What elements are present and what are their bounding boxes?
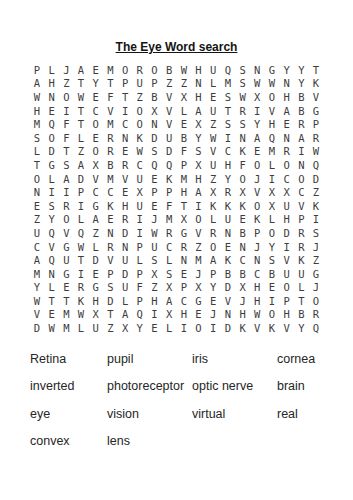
- grid-cell-r2c15: S: [235, 77, 250, 91]
- grid-cell-r9c10: K: [162, 172, 177, 186]
- grid-cell-r5c9: N: [147, 117, 162, 131]
- grid-cell-r18c17: I: [265, 294, 280, 308]
- grid-cell-r8c14: H: [221, 158, 236, 172]
- grid-cell-r14c15: N: [235, 240, 250, 254]
- grid-cell-r12c12: O: [191, 213, 206, 227]
- grid-cell-r11c17: X: [265, 199, 280, 213]
- grid-cell-r6c9: D: [147, 131, 162, 145]
- grid-cell-r11c20: K: [309, 199, 324, 213]
- grid-cell-r11c14: K: [221, 199, 236, 213]
- grid-cell-r2c6: T: [103, 77, 118, 91]
- grid-cell-r2c20: K: [309, 77, 324, 91]
- grid-cell-r19c6: T: [103, 308, 118, 322]
- grid-cell-r9c19: O: [294, 172, 309, 186]
- grid-cell-r3c15: W: [235, 90, 250, 104]
- grid-cell-r19c20: R: [309, 308, 324, 322]
- grid-cell-r1c4: A: [74, 63, 89, 77]
- grid-cell-r16c4: I: [74, 267, 89, 281]
- grid-cell-r7c11: F: [177, 145, 192, 159]
- grid-cell-r13c10: R: [162, 226, 177, 240]
- grid-cell-r1c2: L: [44, 63, 59, 77]
- grid-cell-r20c10: L: [162, 321, 177, 335]
- grid-cell-r1c11: W: [177, 63, 192, 77]
- grid-cell-r12c18: H: [279, 213, 294, 227]
- grid-cell-r3c17: O: [265, 90, 280, 104]
- grid-cell-r20c17: K: [265, 321, 280, 335]
- grid-cell-r10c12: A: [191, 185, 206, 199]
- grid-cell-r11c18: U: [279, 199, 294, 213]
- grid-cell-r1c6: M: [103, 63, 118, 77]
- grid-cell-r5c17: H: [265, 117, 280, 131]
- grid-cell-r7c18: R: [279, 145, 294, 159]
- grid-cell-r10c9: P: [147, 185, 162, 199]
- grid-cell-r16c3: G: [59, 267, 74, 281]
- grid-cell-r18c3: T: [59, 294, 74, 308]
- grid-cell-r5c2: Q: [44, 117, 59, 131]
- grid-cell-r7c3: T: [59, 145, 74, 159]
- grid-cell-r20c2: W: [44, 321, 59, 335]
- grid-cell-r10c1: N: [30, 185, 45, 199]
- grid-cell-r3c1: W: [30, 90, 45, 104]
- grid-cell-r17c14: D: [221, 281, 236, 295]
- grid-cell-r11c19: V: [294, 199, 309, 213]
- grid-cell-r4c11: L: [177, 104, 192, 118]
- grid-cell-r2c4: T: [74, 77, 89, 91]
- grid-cell-r10c2: I: [44, 185, 59, 199]
- grid-cell-r9c9: E: [147, 172, 162, 186]
- grid-cell-r14c1: C: [30, 240, 45, 254]
- grid-cell-r17c19: L: [294, 281, 309, 295]
- grid-cell-r15c8: L: [132, 253, 147, 267]
- grid-cell-r1c16: N: [250, 63, 265, 77]
- grid-cell-r11c1: E: [30, 199, 45, 213]
- grid-cell-r2c8: U: [132, 77, 147, 91]
- grid-cell-r10c4: P: [74, 185, 89, 199]
- grid-cell-r15c2: Q: [44, 253, 59, 267]
- grid-cell-r13c12: V: [191, 226, 206, 240]
- grid-cell-r5c19: R: [294, 117, 309, 131]
- word-search-grid: PLJAEMOROBWHUQSNGYYTAHZTYTPUPZZNLMSWWNYK…: [30, 63, 324, 335]
- grid-cell-r3c14: S: [221, 90, 236, 104]
- grid-cell-r14c20: J: [309, 240, 324, 254]
- grid-cell-r12c8: I: [132, 213, 147, 227]
- grid-cell-r8c4: A: [74, 158, 89, 172]
- grid-cell-r17c1: Y: [30, 281, 45, 295]
- grid-cell-r17c13: Y: [206, 281, 221, 295]
- grid-cell-r17c8: F: [132, 281, 147, 295]
- grid-cell-r4c15: R: [235, 104, 250, 118]
- grid-cell-r15c17: S: [265, 253, 280, 267]
- grid-cell-r7c14: C: [221, 145, 236, 159]
- grid-cell-r2c5: Y: [88, 77, 103, 91]
- word-list: Retinapupiliriscorneainvertedphotorecept…: [30, 352, 353, 449]
- grid-cell-r5c8: O: [132, 117, 147, 131]
- grid-cell-r6c15: N: [235, 131, 250, 145]
- grid-cell-r7c5: O: [88, 145, 103, 159]
- grid-cell-r1c15: S: [235, 63, 250, 77]
- grid-cell-r19c9: I: [147, 308, 162, 322]
- grid-cell-r19c14: N: [221, 308, 236, 322]
- grid-cell-r19c2: E: [44, 308, 59, 322]
- grid-cell-r10c18: X: [279, 185, 294, 199]
- grid-cell-r5c18: E: [279, 117, 294, 131]
- grid-cell-r6c8: K: [132, 131, 147, 145]
- grid-cell-r8c1: T: [30, 158, 45, 172]
- grid-cell-r14c7: N: [118, 240, 133, 254]
- grid-cell-r16c18: U: [279, 267, 294, 281]
- grid-cell-r12c17: L: [265, 213, 280, 227]
- grid-cell-r15c12: M: [191, 253, 206, 267]
- grid-cell-r7c9: S: [147, 145, 162, 159]
- grid-cell-r14c13: O: [206, 240, 221, 254]
- grid-cell-r9c5: V: [88, 172, 103, 186]
- grid-cell-r10c20: Z: [309, 185, 324, 199]
- grid-cell-r15c20: Z: [309, 253, 324, 267]
- grid-cell-r9c7: V: [118, 172, 133, 186]
- grid-cell-r10c11: H: [177, 185, 192, 199]
- word-list-item: eye: [30, 407, 107, 421]
- grid-cell-r8c15: F: [235, 158, 250, 172]
- grid-cell-r5c1: M: [30, 117, 45, 131]
- grid-cell-r10c6: C: [103, 185, 118, 199]
- grid-cell-r20c16: V: [250, 321, 265, 335]
- word-list-item: vision: [107, 407, 192, 421]
- grid-cell-r11c15: K: [235, 199, 250, 213]
- grid-cell-r7c4: Z: [74, 145, 89, 159]
- grid-cell-r3c4: W: [74, 90, 89, 104]
- grid-cell-r6c3: F: [59, 131, 74, 145]
- grid-cell-r3c7: T: [118, 90, 133, 104]
- grid-cell-r8c11: P: [177, 158, 192, 172]
- grid-cell-r5c10: V: [162, 117, 177, 131]
- grid-cell-r14c2: V: [44, 240, 59, 254]
- grid-cell-r13c9: W: [147, 226, 162, 240]
- grid-cell-r18c15: J: [235, 294, 250, 308]
- grid-cell-r4c13: U: [206, 104, 221, 118]
- grid-cell-r18c11: C: [177, 294, 192, 308]
- grid-cell-r19c1: V: [30, 308, 45, 322]
- grid-cell-r12c9: J: [147, 213, 162, 227]
- grid-cell-r20c5: U: [88, 321, 103, 335]
- grid-cell-r7c2: D: [44, 145, 59, 159]
- word-list-item: photoreceptor: [107, 379, 192, 393]
- grid-cell-r6c11: B: [177, 131, 192, 145]
- grid-cell-r12c7: R: [118, 213, 133, 227]
- grid-cell-r19c11: H: [177, 308, 192, 322]
- grid-cell-r15c14: K: [221, 253, 236, 267]
- grid-cell-r17c5: G: [88, 281, 103, 295]
- grid-cell-r18c6: D: [103, 294, 118, 308]
- grid-cell-r18c12: G: [191, 294, 206, 308]
- grid-cell-r1c20: T: [309, 63, 324, 77]
- grid-cell-r5c20: P: [309, 117, 324, 131]
- grid-cell-r17c2: L: [44, 281, 59, 295]
- grid-cell-r7c10: D: [162, 145, 177, 159]
- word-list-item: real: [277, 407, 353, 421]
- grid-cell-r6c16: A: [250, 131, 265, 145]
- grid-cell-r16c1: M: [30, 267, 45, 281]
- grid-cell-r17c7: U: [118, 281, 133, 295]
- grid-cell-r2c18: N: [279, 77, 294, 91]
- grid-cell-r19c16: W: [250, 308, 265, 322]
- grid-cell-r8c12: X: [191, 158, 206, 172]
- grid-cell-r13c11: G: [177, 226, 192, 240]
- grid-cell-r17c3: E: [59, 281, 74, 295]
- grid-cell-r7c12: S: [191, 145, 206, 159]
- grid-cell-r14c18: I: [279, 240, 294, 254]
- grid-cell-r1c12: H: [191, 63, 206, 77]
- grid-cell-r18c7: L: [118, 294, 133, 308]
- grid-cell-r8c17: L: [265, 158, 280, 172]
- grid-cell-r7c6: R: [103, 145, 118, 159]
- grid-cell-r14c4: W: [74, 240, 89, 254]
- grid-cell-r3c3: O: [59, 90, 74, 104]
- grid-cell-r11c3: R: [59, 199, 74, 213]
- grid-cell-r6c5: E: [88, 131, 103, 145]
- grid-cell-r10c3: I: [59, 185, 74, 199]
- grid-cell-r6c20: R: [309, 131, 324, 145]
- grid-cell-r4c2: E: [44, 104, 59, 118]
- grid-cell-r15c18: V: [279, 253, 294, 267]
- grid-cell-r16c14: B: [221, 267, 236, 281]
- grid-cell-r18c14: V: [221, 294, 236, 308]
- grid-cell-r8c10: Q: [162, 158, 177, 172]
- grid-cell-r2c11: Z: [177, 77, 192, 91]
- grid-cell-r1c3: J: [59, 63, 74, 77]
- grid-cell-r13c17: O: [265, 226, 280, 240]
- grid-cell-r15c16: N: [250, 253, 265, 267]
- grid-cell-r4c10: V: [162, 104, 177, 118]
- grid-cell-r15c13: A: [206, 253, 221, 267]
- grid-cell-r5c4: T: [74, 117, 89, 131]
- grid-cell-r20c12: O: [191, 321, 206, 335]
- grid-cell-r15c19: K: [294, 253, 309, 267]
- grid-cell-r5c16: Y: [250, 117, 265, 131]
- grid-cell-r4c4: T: [74, 104, 89, 118]
- grid-cell-r10c15: X: [235, 185, 250, 199]
- grid-cell-r9c14: Y: [221, 172, 236, 186]
- grid-cell-r7c1: L: [30, 145, 45, 159]
- grid-cell-r6c6: R: [103, 131, 118, 145]
- grid-cell-r8c5: X: [88, 158, 103, 172]
- grid-cell-r16c20: G: [309, 267, 324, 281]
- grid-cell-r17c18: O: [279, 281, 294, 295]
- grid-cell-r19c18: H: [279, 308, 294, 322]
- grid-cell-r1c13: U: [206, 63, 221, 77]
- grid-cell-r9c18: C: [279, 172, 294, 186]
- grid-cell-r19c5: X: [88, 308, 103, 322]
- grid-cell-r3c19: B: [294, 90, 309, 104]
- grid-cell-r19c19: B: [294, 308, 309, 322]
- grid-cell-r20c3: M: [59, 321, 74, 335]
- grid-cell-r19c3: M: [59, 308, 74, 322]
- grid-cell-r16c5: E: [88, 267, 103, 281]
- grid-cell-r5c7: C: [118, 117, 133, 131]
- grid-cell-r4c5: C: [88, 104, 103, 118]
- grid-cell-r11c5: G: [88, 199, 103, 213]
- grid-cell-r12c14: U: [221, 213, 236, 227]
- grid-cell-r17c17: E: [265, 281, 280, 295]
- grid-cell-r1c1: P: [30, 63, 45, 77]
- grid-cell-r17c12: X: [191, 281, 206, 295]
- grid-cell-r18c16: H: [250, 294, 265, 308]
- grid-cell-r11c16: O: [250, 199, 265, 213]
- grid-cell-r17c11: P: [177, 281, 192, 295]
- grid-cell-r13c19: R: [294, 226, 309, 240]
- grid-cell-r6c2: O: [44, 131, 59, 145]
- grid-cell-r7c20: W: [309, 145, 324, 159]
- grid-cell-r11c13: K: [206, 199, 221, 213]
- grid-cell-r12c19: P: [294, 213, 309, 227]
- grid-cell-r6c10: U: [162, 131, 177, 145]
- grid-cell-r8c19: N: [294, 158, 309, 172]
- grid-cell-r20c9: E: [147, 321, 162, 335]
- grid-cell-r5c11: E: [177, 117, 192, 131]
- grid-cell-r15c6: V: [103, 253, 118, 267]
- word-list-item: cornea: [277, 352, 353, 366]
- grid-cell-r14c14: E: [221, 240, 236, 254]
- grid-cell-r9c13: Z: [206, 172, 221, 186]
- grid-cell-r9c11: M: [177, 172, 192, 186]
- grid-cell-r12c11: X: [177, 213, 192, 227]
- grid-cell-r19c7: A: [118, 308, 133, 322]
- grid-cell-r3c11: X: [177, 90, 192, 104]
- grid-cell-r13c4: Q: [74, 226, 89, 240]
- grid-cell-r15c11: N: [177, 253, 192, 267]
- grid-cell-r17c4: R: [74, 281, 89, 295]
- grid-cell-r4c12: A: [191, 104, 206, 118]
- grid-cell-r10c5: C: [88, 185, 103, 199]
- word-list-item: Retina: [30, 352, 107, 366]
- grid-cell-r20c19: Y: [294, 321, 309, 335]
- grid-cell-r5c15: S: [235, 117, 250, 131]
- grid-cell-r12c10: M: [162, 213, 177, 227]
- grid-cell-r2c1: A: [30, 77, 45, 91]
- grid-cell-r7c15: K: [235, 145, 250, 159]
- grid-cell-r7c16: E: [250, 145, 265, 159]
- grid-cell-r18c18: P: [279, 294, 294, 308]
- puzzle-title: The Eye Word search: [0, 40, 353, 54]
- grid-cell-r1c14: Q: [221, 63, 236, 77]
- grid-cell-r8c2: G: [44, 158, 59, 172]
- grid-cell-r10c16: V: [250, 185, 265, 199]
- grid-cell-r4c8: O: [132, 104, 147, 118]
- grid-cell-r9c3: A: [59, 172, 74, 186]
- grid-cell-r3c18: H: [279, 90, 294, 104]
- grid-cell-r11c10: F: [162, 199, 177, 213]
- grid-cell-r17c15: X: [235, 281, 250, 295]
- grid-cell-r20c6: Z: [103, 321, 118, 335]
- grid-cell-r16c6: P: [103, 267, 118, 281]
- word-list-item: optic nerve: [192, 379, 277, 393]
- grid-cell-r1c10: B: [162, 63, 177, 77]
- grid-cell-r16c16: C: [250, 267, 265, 281]
- grid-cell-r20c1: D: [30, 321, 45, 335]
- word-list-item: convex: [30, 434, 107, 448]
- grid-cell-r2c9: P: [147, 77, 162, 91]
- grid-cell-r15c9: S: [147, 253, 162, 267]
- grid-cell-r14c17: Y: [265, 240, 280, 254]
- grid-cell-r18c4: K: [74, 294, 89, 308]
- grid-cell-r18c2: T: [44, 294, 59, 308]
- grid-cell-r4c18: A: [279, 104, 294, 118]
- grid-cell-r13c20: S: [309, 226, 324, 240]
- grid-cell-r8c7: R: [118, 158, 133, 172]
- grid-cell-r11c11: T: [177, 199, 192, 213]
- grid-cell-r13c15: B: [235, 226, 250, 240]
- grid-cell-r14c12: Z: [191, 240, 206, 254]
- grid-cell-r19c15: H: [235, 308, 250, 322]
- grid-cell-r15c15: C: [235, 253, 250, 267]
- grid-cell-r20c20: Q: [309, 321, 324, 335]
- grid-cell-r15c7: U: [118, 253, 133, 267]
- grid-cell-r1c17: G: [265, 63, 280, 77]
- grid-cell-r10c10: P: [162, 185, 177, 199]
- grid-cell-r2c19: Y: [294, 77, 309, 91]
- grid-cell-r7c8: W: [132, 145, 147, 159]
- grid-cell-r6c14: I: [221, 131, 236, 145]
- grid-cell-r19c8: Q: [132, 308, 147, 322]
- grid-cell-r13c16: P: [250, 226, 265, 240]
- grid-cell-r12c13: L: [206, 213, 221, 227]
- grid-cell-r4c19: B: [294, 104, 309, 118]
- grid-cell-r16c10: S: [162, 267, 177, 281]
- grid-cell-r9c17: I: [265, 172, 280, 186]
- grid-cell-r15c5: D: [88, 253, 103, 267]
- grid-cell-r10c17: X: [265, 185, 280, 199]
- grid-cell-r4c14: T: [221, 104, 236, 118]
- grid-cell-r4c9: X: [147, 104, 162, 118]
- grid-cell-r9c2: L: [44, 172, 59, 186]
- grid-cell-r12c1: Z: [30, 213, 45, 227]
- grid-cell-r20c11: I: [177, 321, 192, 335]
- grid-cell-r2c13: L: [206, 77, 221, 91]
- grid-cell-r12c2: Y: [44, 213, 59, 227]
- grid-cell-r4c20: G: [309, 104, 324, 118]
- grid-cell-r10c19: C: [294, 185, 309, 199]
- grid-cell-r18c8: P: [132, 294, 147, 308]
- grid-cell-r18c1: W: [30, 294, 45, 308]
- grid-cell-r18c20: O: [309, 294, 324, 308]
- grid-cell-r12c15: E: [235, 213, 250, 227]
- word-list-item: virtual: [192, 407, 277, 421]
- grid-cell-r1c7: O: [118, 63, 133, 77]
- grid-cell-r14c9: U: [147, 240, 162, 254]
- grid-cell-r14c10: C: [162, 240, 177, 254]
- grid-cell-r7c19: I: [294, 145, 309, 159]
- grid-cell-r5c13: Z: [206, 117, 221, 131]
- grid-cell-r6c18: N: [279, 131, 294, 145]
- grid-cell-r3c16: X: [250, 90, 265, 104]
- grid-cell-r17c10: X: [162, 281, 177, 295]
- grid-cell-r2c10: Z: [162, 77, 177, 91]
- grid-cell-r13c2: Q: [44, 226, 59, 240]
- grid-cell-r4c1: H: [30, 104, 45, 118]
- grid-cell-r13c7: D: [118, 226, 133, 240]
- grid-cell-r2c12: N: [191, 77, 206, 91]
- grid-cell-r14c8: P: [132, 240, 147, 254]
- grid-cell-r11c6: K: [103, 199, 118, 213]
- grid-cell-r16c7: D: [118, 267, 133, 281]
- grid-cell-r8c13: U: [206, 158, 221, 172]
- grid-cell-r10c7: E: [118, 185, 133, 199]
- grid-cell-r13c6: N: [103, 226, 118, 240]
- grid-cell-r17c20: J: [309, 281, 324, 295]
- grid-cell-r20c15: K: [235, 321, 250, 335]
- grid-cell-r9c20: D: [309, 172, 324, 186]
- grid-cell-r5c5: O: [88, 117, 103, 131]
- grid-cell-r6c13: W: [206, 131, 221, 145]
